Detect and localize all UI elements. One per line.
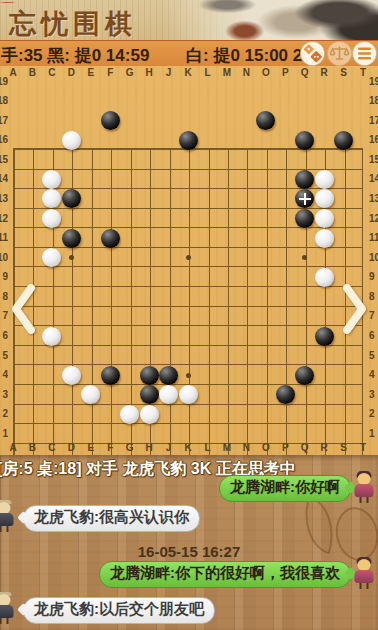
chat-bubble-player: 龙虎飞豹:很高兴认识你 [23,505,200,532]
col-label-bottom: F [101,442,119,453]
col-label-top: M [218,67,236,78]
col-label-top: K [179,67,197,78]
row-label-left: 14 [0,173,8,185]
row-label-left: 8 [0,291,8,303]
chat-area[interactable]: [房:5 桌:18] 对手 龙虎飞豹 3K 正在思考中 龙腾湖畔:你好啊 龙虎飞… [0,455,378,630]
col-label-bottom: R [315,442,333,453]
col-label-bottom: A [4,442,22,453]
row-label-left: 16 [0,134,8,146]
row-label-left: 15 [0,154,8,166]
row-label-left: 2 [0,408,8,420]
row-label-right: 3 [369,389,378,401]
row-label-left: 12 [0,213,8,225]
row-label-left: 5 [0,350,8,362]
chat-bubble-opponent: 龙腾湖畔:你好啊 [219,475,351,502]
row-label-left: 11 [0,232,8,244]
stone-black-J4 [159,366,178,385]
app-title: 忘忧围棋 [9,6,137,42]
row-label-right: 1 [369,428,378,440]
row-label-right: 13 [369,193,378,205]
stone-black-H4 [140,366,159,385]
opponent-avatar[interactable] [352,556,376,590]
row-label-right: 18 [369,95,378,107]
col-label-bottom: M [218,442,236,453]
col-label-bottom: D [62,442,80,453]
black-status: 手:35 黑: 提0 14:59 [1,44,149,67]
col-label-top: L [199,67,217,78]
row-label-right: 17 [369,115,378,127]
col-label-bottom: C [43,442,61,453]
player-avatar[interactable] [0,499,16,533]
stone-black-F4 [101,366,120,385]
row-label-right: 10 [369,252,378,264]
app-screen: 忘忧围棋 手:35 黑: 提0 14:59 白: 提0 15:00 23 [0,0,378,630]
col-label-top: D [62,67,80,78]
row-label-left: 9 [0,271,8,283]
col-label-top: Q [296,67,314,78]
row-label-right: 8 [369,291,378,303]
col-label-bottom: Q [296,442,314,453]
col-label-top: F [101,67,119,78]
prev-arrow[interactable] [9,283,39,335]
col-label-bottom: G [121,442,139,453]
stone-black-P3 [276,385,295,404]
row-label-left: 19 [0,76,8,88]
row-label-left: 18 [0,95,8,107]
col-label-top: O [257,67,275,78]
chat-bubble-opponent: 龙腾湖畔:你下的很好啊，我很喜欢 [99,561,351,588]
row-label-left: 4 [0,369,8,381]
stone-white-D16 [62,131,81,150]
row-label-right: 16 [369,134,378,146]
stone-black-F17 [101,111,120,130]
col-label-top: R [315,67,333,78]
opponent-avatar[interactable] [352,470,376,504]
stone-white-R9 [315,268,334,287]
col-label-bottom: S [335,442,353,453]
row-label-right: 2 [369,408,378,420]
stone-black-F11 [101,229,120,248]
stone-white-R14 [315,170,334,189]
tiles-icon[interactable] [300,41,325,66]
next-arrow[interactable] [339,283,369,335]
row-label-right: 11 [369,232,378,244]
stone-black-H3 [140,385,159,404]
col-label-bottom: H [140,442,158,453]
stone-black-Q14 [295,170,314,189]
row-label-right: 15 [369,154,378,166]
white-status: 白: 提0 15:00 23 [186,44,312,67]
stone-white-R12 [315,209,334,228]
col-label-bottom: P [276,442,294,453]
col-label-bottom: L [199,442,217,453]
col-label-top: J [160,67,178,78]
stone-black-K16 [179,131,198,150]
row-label-right: 7 [369,310,378,322]
col-label-top: E [82,67,100,78]
row-label-left: 6 [0,330,8,342]
col-label-bottom: T [354,442,372,453]
row-label-left: 7 [0,310,8,322]
row-label-right: 9 [369,271,378,283]
go-board[interactable]: AABBCCDDEEFFGGHHJJKKLLMMNNOOPPQQRRSSTT19… [0,66,378,455]
row-label-right: 4 [369,369,378,381]
stone-white-C6 [42,327,61,346]
col-label-bottom: E [82,442,100,453]
last-move-marker [295,189,314,208]
chat-bubble-player: 龙虎飞豹:以后交个朋友吧 [23,597,215,624]
col-label-bottom: J [160,442,178,453]
stone-black-D11 [62,229,81,248]
star-point [186,373,191,378]
stone-black-Q16 [295,131,314,150]
stone-black-R6 [315,327,334,346]
row-label-left: 13 [0,193,8,205]
row-label-left: 10 [0,252,8,264]
col-label-top: C [43,67,61,78]
stone-white-H2 [140,405,159,424]
stone-black-S16 [334,131,353,150]
scales-icon[interactable] [327,41,352,66]
stone-white-D4 [62,366,81,385]
banner-painting [163,0,378,40]
stone-white-R11 [315,229,334,248]
stone-black-O17 [256,111,275,130]
row-label-right: 14 [369,173,378,185]
row-label-right: 12 [369,213,378,225]
row-label-left: 3 [0,389,8,401]
stone-white-G2 [120,405,139,424]
row-label-right: 5 [369,350,378,362]
player-avatar[interactable] [0,591,16,625]
row-label-left: 1 [0,428,8,440]
col-label-top: G [121,67,139,78]
col-label-top: B [23,67,41,78]
col-label-top: P [276,67,294,78]
row-label-left: 17 [0,115,8,127]
col-label-bottom: O [257,442,275,453]
banner: 忘忧围棋 [0,0,378,40]
col-label-top: S [335,67,353,78]
chat-timestamp: 16-05-15 16:27 [0,543,378,560]
star-point [186,255,191,260]
row-label-right: 19 [369,76,378,88]
row-label-right: 6 [369,330,378,342]
menu-icon[interactable] [352,41,377,66]
col-label-top: H [140,67,158,78]
col-label-top: N [237,67,255,78]
col-label-bottom: K [179,442,197,453]
stone-white-K3 [179,385,198,404]
col-label-bottom: N [237,442,255,453]
col-label-bottom: B [23,442,41,453]
stone-black-Q4 [295,366,314,385]
